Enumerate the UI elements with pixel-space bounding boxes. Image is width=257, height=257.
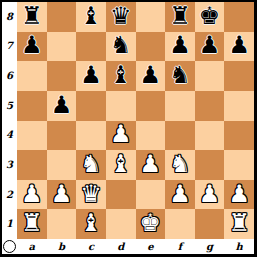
square-f8[interactable]: ♜	[165, 2, 195, 32]
square-f2[interactable]: ♟	[165, 180, 195, 210]
square-h1[interactable]: ♜	[224, 209, 254, 239]
rank-label-6: 6	[2, 61, 17, 91]
square-a8[interactable]: ♜	[17, 2, 47, 32]
square-g2[interactable]: ♟	[195, 180, 225, 210]
square-e4[interactable]	[136, 121, 166, 151]
square-a3[interactable]	[17, 150, 47, 180]
file-label-e: e	[136, 239, 166, 254]
square-b7[interactable]	[47, 32, 77, 62]
square-c3[interactable]: ♞	[76, 150, 106, 180]
white-queen-icon: ♛	[80, 182, 102, 206]
file-label-a: a	[17, 239, 47, 254]
white-king-icon: ♚	[140, 211, 162, 235]
square-e3[interactable]: ♟	[136, 150, 166, 180]
square-h6[interactable]	[224, 61, 254, 91]
square-d6[interactable]: ♝	[106, 61, 136, 91]
black-knight-icon: ♞	[169, 63, 191, 87]
black-pawn-icon: ♟	[21, 33, 43, 57]
square-c8[interactable]: ♝	[76, 2, 106, 32]
square-f5[interactable]	[165, 91, 195, 121]
square-f4[interactable]	[165, 121, 195, 151]
square-a1[interactable]: ♜	[17, 209, 47, 239]
rank-label-3: 3	[2, 150, 17, 180]
square-h8[interactable]	[224, 2, 254, 32]
square-g4[interactable]	[195, 121, 225, 151]
square-f1[interactable]	[165, 209, 195, 239]
square-b4[interactable]	[47, 121, 77, 151]
square-a4[interactable]	[17, 121, 47, 151]
square-b2[interactable]: ♟	[47, 180, 77, 210]
board-frame: 8♜♝♛♜♚7♟♞♟♟♟6♟♝♟♞5♟4♟3♞♝♟♞2♟♟♛♟♟♟1♜♝♚♜ab…	[0, 0, 257, 257]
square-e1[interactable]: ♚	[136, 209, 166, 239]
square-h7[interactable]: ♟	[224, 32, 254, 62]
white-knight-icon: ♞	[80, 152, 102, 176]
square-c6[interactable]: ♟	[76, 61, 106, 91]
file-label-b: b	[47, 239, 77, 254]
square-g3[interactable]	[195, 150, 225, 180]
black-queen-icon: ♛	[110, 4, 132, 28]
white-pawn-icon: ♟	[140, 152, 162, 176]
black-rook-icon: ♜	[21, 4, 43, 28]
black-pawn-icon: ♟	[228, 33, 250, 57]
square-h4[interactable]	[224, 121, 254, 151]
square-a7[interactable]: ♟	[17, 32, 47, 62]
rank-label-8: 8	[2, 2, 17, 32]
square-h2[interactable]: ♟	[224, 180, 254, 210]
black-pawn-icon: ♟	[169, 33, 191, 57]
square-a2[interactable]: ♟	[17, 180, 47, 210]
square-g6[interactable]	[195, 61, 225, 91]
square-h5[interactable]	[224, 91, 254, 121]
square-c5[interactable]	[76, 91, 106, 121]
black-knight-icon: ♞	[110, 33, 132, 57]
square-e8[interactable]	[136, 2, 166, 32]
rank-label-1: 1	[2, 209, 17, 239]
white-pawn-icon: ♟	[228, 182, 250, 206]
white-knight-icon: ♞	[169, 152, 191, 176]
white-pawn-icon: ♟	[169, 182, 191, 206]
black-bishop-icon: ♝	[80, 4, 102, 28]
square-c2[interactable]: ♛	[76, 180, 106, 210]
file-label-h: h	[224, 239, 254, 254]
black-bishop-icon: ♝	[110, 63, 132, 87]
black-pawn-icon: ♟	[51, 93, 73, 117]
indicator-corner	[2, 239, 17, 254]
square-f3[interactable]: ♞	[165, 150, 195, 180]
black-pawn-icon: ♟	[199, 33, 221, 57]
square-f7[interactable]: ♟	[165, 32, 195, 62]
square-d2[interactable]	[106, 180, 136, 210]
square-d3[interactable]: ♝	[106, 150, 136, 180]
file-label-f: f	[165, 239, 195, 254]
square-b5[interactable]: ♟	[47, 91, 77, 121]
square-d4[interactable]: ♟	[106, 121, 136, 151]
chess-board: 8♜♝♛♜♚7♟♞♟♟♟6♟♝♟♞5♟4♟3♞♝♟♞2♟♟♛♟♟♟1♜♝♚♜ab…	[2, 2, 254, 254]
side-to-move-indicator	[3, 240, 16, 253]
square-d7[interactable]: ♞	[106, 32, 136, 62]
square-g8[interactable]: ♚	[195, 2, 225, 32]
rank-label-4: 4	[2, 121, 17, 151]
black-king-icon: ♚	[199, 4, 221, 28]
square-b8[interactable]	[47, 2, 77, 32]
square-d8[interactable]: ♛	[106, 2, 136, 32]
square-c7[interactable]	[76, 32, 106, 62]
black-pawn-icon: ♟	[140, 63, 162, 87]
rank-label-2: 2	[2, 180, 17, 210]
white-bishop-icon: ♝	[110, 152, 132, 176]
square-d5[interactable]	[106, 91, 136, 121]
black-rook-icon: ♜	[169, 4, 191, 28]
white-pawn-icon: ♟	[51, 182, 73, 206]
square-b1[interactable]	[47, 209, 77, 239]
square-e2[interactable]	[136, 180, 166, 210]
square-a5[interactable]	[17, 91, 47, 121]
square-b6[interactable]	[47, 61, 77, 91]
square-c4[interactable]	[76, 121, 106, 151]
square-e6[interactable]: ♟	[136, 61, 166, 91]
white-pawn-icon: ♟	[199, 182, 221, 206]
square-h3[interactable]	[224, 150, 254, 180]
white-rook-icon: ♜	[228, 211, 250, 235]
square-a6[interactable]	[17, 61, 47, 91]
square-g5[interactable]	[195, 91, 225, 121]
square-e5[interactable]	[136, 91, 166, 121]
rank-label-5: 5	[2, 91, 17, 121]
file-label-g: g	[195, 239, 225, 254]
white-pawn-icon: ♟	[110, 122, 132, 146]
white-pawn-icon: ♟	[21, 182, 43, 206]
white-bishop-icon: ♝	[80, 211, 102, 235]
square-b3[interactable]	[47, 150, 77, 180]
white-rook-icon: ♜	[21, 211, 43, 235]
rank-label-7: 7	[2, 32, 17, 62]
square-f6[interactable]: ♞	[165, 61, 195, 91]
square-e7[interactable]	[136, 32, 166, 62]
square-g1[interactable]	[195, 209, 225, 239]
file-label-c: c	[76, 239, 106, 254]
black-pawn-icon: ♟	[80, 63, 102, 87]
square-g7[interactable]: ♟	[195, 32, 225, 62]
square-d1[interactable]	[106, 209, 136, 239]
file-label-d: d	[106, 239, 136, 254]
square-c1[interactable]: ♝	[76, 209, 106, 239]
